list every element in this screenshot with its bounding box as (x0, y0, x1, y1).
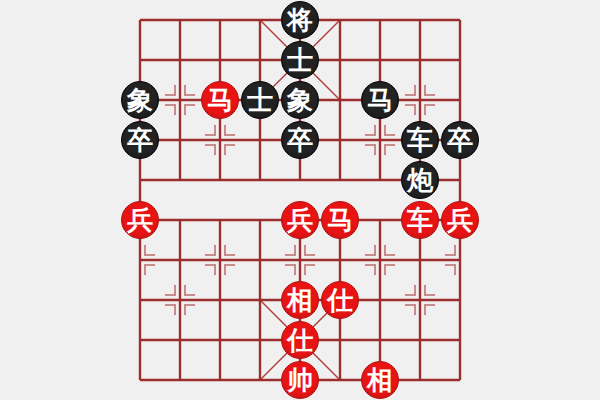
black-horse[interactable]: 马 (361, 81, 399, 119)
black-advisor[interactable]: 士 (241, 81, 279, 119)
red-advisor[interactable]: 仕 (321, 281, 359, 319)
black-cannon[interactable]: 炮 (401, 161, 439, 199)
black-elephant[interactable]: 象 (121, 81, 159, 119)
red-soldier[interactable]: 兵 (441, 201, 479, 239)
red-general[interactable]: 帅 (281, 361, 319, 399)
red-chariot[interactable]: 车 (401, 201, 439, 239)
red-soldier[interactable]: 兵 (281, 201, 319, 239)
red-soldier[interactable]: 兵 (121, 201, 159, 239)
red-horse[interactable]: 马 (321, 201, 359, 239)
pieces-layer: 将士象士象马卒卒车卒炮马兵兵马车兵相仕仕帅相 (120, 0, 480, 400)
red-elephant[interactable]: 相 (361, 361, 399, 399)
black-general[interactable]: 将 (281, 1, 319, 39)
black-soldier[interactable]: 卒 (281, 121, 319, 159)
xiangqi-board-screenshot: 将士象士象马卒卒车卒炮马兵兵马车兵相仕仕帅相 (0, 0, 600, 400)
red-horse[interactable]: 马 (201, 81, 239, 119)
black-advisor[interactable]: 士 (281, 41, 319, 79)
black-soldier[interactable]: 卒 (441, 121, 479, 159)
red-elephant[interactable]: 相 (281, 281, 319, 319)
black-elephant[interactable]: 象 (281, 81, 319, 119)
black-chariot[interactable]: 车 (401, 121, 439, 159)
black-soldier[interactable]: 卒 (121, 121, 159, 159)
red-advisor[interactable]: 仕 (281, 321, 319, 359)
